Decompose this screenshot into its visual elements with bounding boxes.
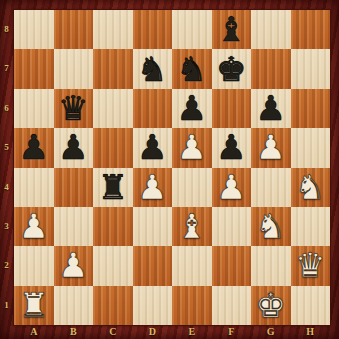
square-h5[interactable] bbox=[291, 128, 331, 167]
piece-white-rook: ♜ bbox=[19, 286, 49, 325]
piece-white-knight: ♞ bbox=[256, 207, 286, 246]
square-d5[interactable]: ♟ bbox=[133, 128, 173, 167]
piece-black-pawn: ♟ bbox=[256, 89, 286, 128]
rank-label-7: 7 bbox=[0, 49, 13, 88]
piece-black-rook: ♜ bbox=[98, 168, 128, 207]
square-d1[interactable] bbox=[133, 286, 173, 325]
square-b8[interactable] bbox=[54, 10, 94, 49]
piece-white-king: ♚ bbox=[256, 286, 286, 325]
square-g6[interactable]: ♟ bbox=[251, 89, 291, 128]
square-a5[interactable]: ♟ bbox=[14, 128, 54, 167]
rank-label-1: 1 bbox=[0, 286, 13, 325]
square-b4[interactable] bbox=[54, 168, 94, 207]
square-d6[interactable] bbox=[133, 89, 173, 128]
piece-black-pawn: ♟ bbox=[177, 89, 207, 128]
file-label-d: D bbox=[133, 325, 173, 339]
square-g2[interactable] bbox=[251, 246, 291, 285]
square-h3[interactable] bbox=[291, 207, 331, 246]
square-c2[interactable] bbox=[93, 246, 133, 285]
piece-black-pawn: ♟ bbox=[216, 128, 246, 167]
file-label-f: F bbox=[212, 325, 252, 339]
square-h6[interactable] bbox=[291, 89, 331, 128]
rank-label-6: 6 bbox=[0, 89, 13, 128]
file-label-b: B bbox=[54, 325, 94, 339]
piece-white-pawn: ♟ bbox=[137, 168, 167, 207]
square-f3[interactable] bbox=[212, 207, 252, 246]
square-e4[interactable] bbox=[172, 168, 212, 207]
file-label-e: E bbox=[172, 325, 212, 339]
square-b1[interactable] bbox=[54, 286, 94, 325]
piece-black-bishop: ♝ bbox=[216, 10, 246, 49]
square-e8[interactable] bbox=[172, 10, 212, 49]
square-e5[interactable]: ♟ bbox=[172, 128, 212, 167]
square-b6[interactable]: ♛ bbox=[54, 89, 94, 128]
square-b2[interactable]: ♟ bbox=[54, 246, 94, 285]
square-a1[interactable]: ♜ bbox=[14, 286, 54, 325]
square-a2[interactable] bbox=[14, 246, 54, 285]
rank-label-5: 5 bbox=[0, 128, 13, 167]
square-f5[interactable]: ♟ bbox=[212, 128, 252, 167]
rank-label-4: 4 bbox=[0, 168, 13, 207]
square-h2[interactable]: ♛ bbox=[291, 246, 331, 285]
square-f2[interactable] bbox=[212, 246, 252, 285]
piece-white-pawn: ♟ bbox=[216, 168, 246, 207]
square-f8[interactable]: ♝ bbox=[212, 10, 252, 49]
square-c6[interactable] bbox=[93, 89, 133, 128]
rank-label-2: 2 bbox=[0, 246, 13, 285]
piece-black-pawn: ♟ bbox=[19, 128, 49, 167]
square-a8[interactable] bbox=[14, 10, 54, 49]
piece-white-pawn: ♟ bbox=[19, 207, 49, 246]
square-c3[interactable] bbox=[93, 207, 133, 246]
square-b7[interactable] bbox=[54, 49, 94, 88]
piece-white-pawn: ♟ bbox=[256, 128, 286, 167]
square-c8[interactable] bbox=[93, 10, 133, 49]
square-e7[interactable]: ♞ bbox=[172, 49, 212, 88]
square-c5[interactable] bbox=[93, 128, 133, 167]
square-c1[interactable] bbox=[93, 286, 133, 325]
piece-black-knight: ♞ bbox=[137, 50, 167, 89]
square-c7[interactable] bbox=[93, 49, 133, 88]
chess-board: ♝♞♞♚♛♟♟♟♟♟♟♟♟♜♟♟♞♟♝♞♟♛♜♚ bbox=[14, 10, 330, 325]
square-f1[interactable] bbox=[212, 286, 252, 325]
rank-label-3: 3 bbox=[0, 207, 13, 246]
square-g5[interactable]: ♟ bbox=[251, 128, 291, 167]
rank-label-8: 8 bbox=[0, 10, 13, 49]
square-c4[interactable]: ♜ bbox=[93, 168, 133, 207]
square-g1[interactable]: ♚ bbox=[251, 286, 291, 325]
square-f4[interactable]: ♟ bbox=[212, 168, 252, 207]
square-g7[interactable] bbox=[251, 49, 291, 88]
square-e6[interactable]: ♟ bbox=[172, 89, 212, 128]
square-b5[interactable]: ♟ bbox=[54, 128, 94, 167]
piece-white-pawn: ♟ bbox=[58, 246, 88, 285]
square-b3[interactable] bbox=[54, 207, 94, 246]
piece-black-pawn: ♟ bbox=[58, 128, 88, 167]
square-h7[interactable] bbox=[291, 49, 331, 88]
square-e2[interactable] bbox=[172, 246, 212, 285]
square-d2[interactable] bbox=[133, 246, 173, 285]
square-a6[interactable] bbox=[14, 89, 54, 128]
square-h4[interactable]: ♞ bbox=[291, 168, 331, 207]
square-a3[interactable]: ♟ bbox=[14, 207, 54, 246]
square-d7[interactable]: ♞ bbox=[133, 49, 173, 88]
piece-black-knight: ♞ bbox=[177, 50, 207, 89]
square-g3[interactable]: ♞ bbox=[251, 207, 291, 246]
square-d4[interactable]: ♟ bbox=[133, 168, 173, 207]
square-d3[interactable] bbox=[133, 207, 173, 246]
square-h1[interactable] bbox=[291, 286, 331, 325]
file-label-h: H bbox=[291, 325, 331, 339]
square-d8[interactable] bbox=[133, 10, 173, 49]
square-e3[interactable]: ♝ bbox=[172, 207, 212, 246]
board-frame: ♝♞♞♚♛♟♟♟♟♟♟♟♟♜♟♟♞♟♝♞♟♛♜♚ 87654321ABCDEFG… bbox=[0, 0, 339, 339]
square-g4[interactable] bbox=[251, 168, 291, 207]
square-a7[interactable] bbox=[14, 49, 54, 88]
square-a4[interactable] bbox=[14, 168, 54, 207]
square-e1[interactable] bbox=[172, 286, 212, 325]
piece-white-queen: ♛ bbox=[295, 246, 325, 285]
piece-white-pawn: ♟ bbox=[177, 128, 207, 167]
file-label-g: G bbox=[251, 325, 291, 339]
file-label-a: A bbox=[14, 325, 54, 339]
square-f6[interactable] bbox=[212, 89, 252, 128]
piece-black-pawn: ♟ bbox=[137, 128, 167, 167]
square-g8[interactable] bbox=[251, 10, 291, 49]
square-h8[interactable] bbox=[291, 10, 331, 49]
file-label-c: C bbox=[93, 325, 133, 339]
piece-black-king: ♚ bbox=[216, 50, 246, 89]
piece-black-queen: ♛ bbox=[58, 89, 88, 128]
square-f7[interactable]: ♚ bbox=[212, 49, 252, 88]
piece-white-bishop: ♝ bbox=[177, 207, 207, 246]
piece-white-knight: ♞ bbox=[295, 168, 325, 207]
